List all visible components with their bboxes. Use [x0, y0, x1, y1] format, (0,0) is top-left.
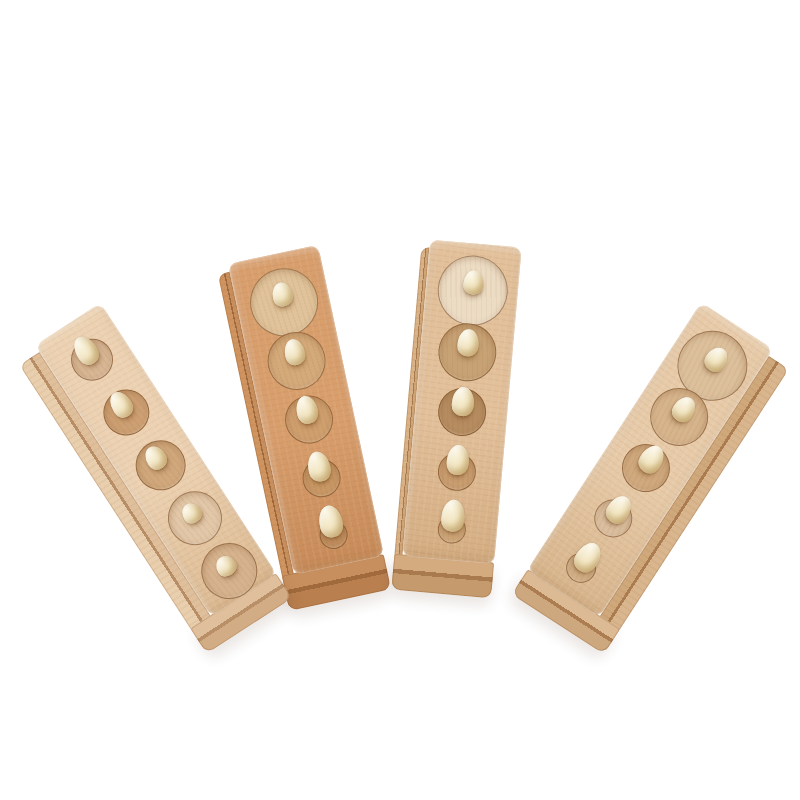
cylinder-socket-3 [126, 431, 195, 500]
cylinder-socket-1 [435, 253, 511, 329]
cylinder-knob-5 [316, 503, 345, 539]
cylinder-knob-1 [69, 332, 103, 369]
cylinder-knob-2 [668, 393, 700, 426]
cylinder-knob-2 [105, 387, 136, 421]
cylinder-socket-4 [436, 451, 477, 492]
cylinder-socket-1 [244, 262, 325, 343]
cylinder-knob-1 [270, 281, 295, 309]
cylinder-knob-2 [457, 328, 480, 357]
cylinder-socket-2 [95, 381, 159, 445]
cylinder-block-3 [402, 240, 521, 565]
cylinder-knob-1 [462, 270, 484, 296]
cylinder-socket-4 [299, 456, 344, 501]
product-photo [0, 0, 800, 800]
cylinder-knob-3 [451, 386, 475, 417]
cylinder-socket-5 [317, 518, 350, 551]
cylinder-knob-3 [635, 441, 669, 477]
cylinder-block-4 [527, 302, 773, 617]
cylinder-socket-2 [262, 326, 331, 395]
cylinder-socket-2 [436, 321, 499, 384]
cylinder-socket-1 [63, 331, 121, 389]
cylinder-knob-5 [440, 499, 466, 533]
cylinder-knob-4 [602, 491, 636, 527]
cylinder-socket-3 [281, 391, 338, 448]
cylinder-knob-4 [178, 500, 205, 527]
cylinder-socket-5 [560, 547, 601, 588]
cylinder-knob-5 [212, 552, 240, 580]
cylinder-knob-3 [294, 394, 320, 426]
cylinder-knob-1 [701, 343, 732, 375]
cylinder-socket-4 [587, 492, 640, 545]
cylinder-socket-5 [437, 514, 467, 544]
cylinder-knob-3 [141, 442, 171, 473]
cylinder-socket-3 [613, 435, 679, 501]
cylinder-knob-2 [282, 337, 307, 367]
cylinder-knob-4 [446, 444, 471, 476]
cylinder-socket-3 [436, 386, 488, 438]
cylinder-knob-4 [305, 450, 333, 484]
cylinder-block-2 [228, 245, 384, 575]
cylinder-knob-5 [570, 538, 606, 577]
